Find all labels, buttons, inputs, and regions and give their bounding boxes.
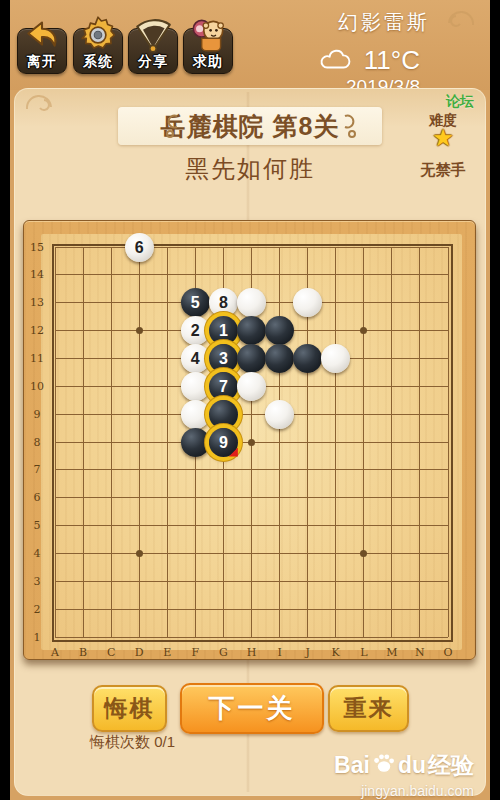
- share-button-label: 分享: [129, 53, 177, 71]
- move-number: 2: [181, 316, 210, 345]
- row-label: 14: [27, 268, 47, 281]
- grid-line: [448, 247, 449, 637]
- grid-line: [279, 247, 280, 637]
- row-label: 5: [27, 519, 47, 532]
- brand-mid: du: [398, 752, 426, 779]
- row-label: 13: [27, 296, 47, 309]
- stone-G10: 7: [209, 372, 238, 401]
- column-label: B: [73, 646, 93, 659]
- grid-line: [419, 247, 420, 637]
- username: 幻影雷斯: [338, 9, 430, 36]
- column-label: C: [101, 646, 121, 659]
- move-number: 5: [181, 288, 210, 317]
- temperature: 11°C: [364, 45, 420, 76]
- board-grid[interactable]: 151413121110987654321ABCDEFGHIJKLMNO6582…: [55, 247, 448, 637]
- share-button[interactable]: 分享: [128, 28, 178, 74]
- stone-F9: [181, 400, 210, 429]
- row-label: 12: [27, 324, 47, 337]
- row-label: 1: [27, 631, 47, 644]
- grid-line: [55, 609, 448, 610]
- grid-line: [391, 247, 392, 637]
- stone-H12: [237, 316, 266, 345]
- stone-J13: [293, 288, 322, 317]
- difficulty-star-icon: ★: [416, 124, 470, 152]
- forum-link[interactable]: 论坛: [446, 93, 474, 111]
- stone-H13: [237, 288, 266, 317]
- level-banner: 岳麓棋院 第8关: [118, 107, 382, 145]
- app-screen: 离开 系统 分享: [10, 0, 490, 800]
- help-button-label: 求助: [184, 53, 232, 71]
- gomoku-board: 151413121110987654321ABCDEFGHIJKLMNO6582…: [23, 220, 476, 660]
- help-button[interactable]: 求助: [183, 28, 233, 74]
- grid-line: [363, 247, 364, 637]
- brand-suffix: 经验: [428, 750, 474, 781]
- column-label: F: [185, 646, 205, 659]
- row-label: 7: [27, 463, 47, 476]
- row-label: 3: [27, 575, 47, 588]
- column-label: I: [270, 646, 290, 659]
- corner-swirl-icon: [24, 94, 54, 128]
- grid-line: [55, 497, 448, 498]
- next-level-button[interactable]: 下一关: [180, 683, 324, 734]
- star-point: [360, 327, 367, 334]
- column-label: O: [438, 646, 458, 659]
- star-point: [248, 439, 255, 446]
- column-label: M: [382, 646, 402, 659]
- level-title: 岳麓棋院 第8关: [161, 110, 340, 143]
- star-point: [136, 550, 143, 557]
- stone-F10: [181, 372, 210, 401]
- row-label: 8: [27, 436, 47, 449]
- column-label: H: [242, 646, 262, 659]
- stone-J11: [293, 344, 322, 373]
- stone-I9: [265, 400, 294, 429]
- move-number: 8: [209, 288, 238, 317]
- stone-I12: [265, 316, 294, 345]
- leave-button[interactable]: 离开: [17, 28, 67, 74]
- leave-button-label: 离开: [18, 53, 66, 71]
- stone-D15: 6: [125, 233, 154, 262]
- restart-button[interactable]: 重来: [328, 685, 409, 732]
- corner-swirl-icon: [446, 10, 476, 44]
- grid-line: [55, 637, 448, 638]
- grid-line: [55, 469, 448, 470]
- stone-G11: 3: [209, 344, 238, 373]
- stone-F13: 5: [181, 288, 210, 317]
- stone-G12: 1: [209, 316, 238, 345]
- move-number: 6: [125, 233, 154, 262]
- stone-H11: [237, 344, 266, 373]
- column-label: J: [298, 646, 318, 659]
- column-label: K: [326, 646, 346, 659]
- weather-widget: 11°C: [320, 45, 420, 76]
- row-label: 10: [27, 380, 47, 393]
- row-label: 15: [27, 241, 47, 254]
- rule-label: 无禁手: [408, 161, 478, 180]
- cloud-icon: [320, 48, 354, 74]
- system-button-label: 系统: [74, 53, 122, 71]
- top-bar: 离开 系统 分享: [10, 0, 490, 90]
- star-point: [136, 327, 143, 334]
- move-number: 1: [209, 316, 238, 345]
- undo-button[interactable]: 悔棋: [92, 685, 167, 732]
- grid-line: [55, 553, 448, 554]
- stone-K11: [321, 344, 350, 373]
- stone-F8: [181, 428, 210, 457]
- system-button[interactable]: 系统: [73, 28, 123, 74]
- undo-count: 悔棋次数 0/1: [90, 733, 175, 752]
- grid-line: [335, 247, 336, 637]
- move-number: 7: [209, 372, 238, 401]
- column-label: N: [410, 646, 430, 659]
- column-label: A: [45, 646, 65, 659]
- row-label: 11: [27, 352, 47, 365]
- stone-H10: [237, 372, 266, 401]
- column-label: G: [213, 646, 233, 659]
- stone-I11: [265, 344, 294, 373]
- brand-prefix: Bai: [334, 752, 370, 779]
- stone-F11: 4: [181, 344, 210, 373]
- column-label: E: [157, 646, 177, 659]
- row-label: 2: [27, 603, 47, 616]
- row-label: 4: [27, 547, 47, 560]
- stone-G13: 8: [209, 288, 238, 317]
- column-label: D: [129, 646, 149, 659]
- baidu-watermark: Baidu经验 jingyan.baidu.com: [334, 750, 474, 799]
- row-label: 9: [27, 408, 47, 421]
- grid-line: [55, 581, 448, 582]
- star-point: [360, 550, 367, 557]
- grid-line: [55, 525, 448, 526]
- move-number: 3: [209, 344, 238, 373]
- row-label: 6: [27, 491, 47, 504]
- move-number: 4: [181, 344, 210, 373]
- stone-F12: 2: [181, 316, 210, 345]
- paw-icon: [372, 751, 396, 781]
- stone-G8: 9: [209, 428, 238, 457]
- stone-G9: [209, 400, 238, 429]
- column-label: L: [354, 646, 374, 659]
- watermark-url: jingyan.baidu.com: [334, 783, 474, 799]
